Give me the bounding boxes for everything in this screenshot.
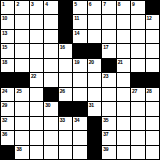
clue-number: 22 bbox=[31, 73, 36, 79]
grid-cell[interactable]: 14 bbox=[73, 30, 86, 43]
block-cell bbox=[59, 15, 72, 28]
grid-cell[interactable] bbox=[44, 30, 57, 43]
block-cell bbox=[88, 131, 101, 144]
block-cell bbox=[44, 88, 57, 101]
clue-number: 11 bbox=[74, 15, 79, 21]
clue-number: 18 bbox=[2, 59, 7, 65]
grid-cell[interactable]: 19 bbox=[73, 59, 86, 72]
grid-cell[interactable] bbox=[146, 146, 159, 159]
clue-number: 10 bbox=[2, 15, 7, 21]
grid-cell[interactable] bbox=[15, 102, 28, 115]
grid-cell[interactable] bbox=[15, 117, 28, 130]
grid-cell[interactable] bbox=[131, 44, 144, 57]
grid-cell[interactable]: 13 bbox=[1, 30, 14, 43]
grid-cell[interactable] bbox=[73, 73, 86, 86]
clue-number: 38 bbox=[16, 146, 21, 152]
grid-cell[interactable] bbox=[44, 15, 57, 28]
grid-cell[interactable] bbox=[131, 131, 144, 144]
clue-number: 5 bbox=[74, 1, 76, 7]
grid-cell[interactable] bbox=[73, 88, 86, 101]
clue-number: 32 bbox=[2, 117, 7, 123]
clue-number: 29 bbox=[2, 102, 7, 108]
grid-cell[interactable] bbox=[131, 146, 144, 159]
block-cell bbox=[88, 44, 101, 57]
clue-number: 34 bbox=[74, 117, 79, 123]
grid-cell[interactable]: 2 bbox=[15, 1, 28, 14]
grid-cell[interactable] bbox=[146, 131, 159, 144]
grid-cell[interactable]: 5 bbox=[73, 1, 86, 14]
clue-number: 4 bbox=[45, 1, 47, 7]
clue-number: 20 bbox=[89, 59, 94, 65]
grid-cell[interactable]: 15 bbox=[1, 44, 14, 57]
grid-cell[interactable] bbox=[15, 59, 28, 72]
grid-cell[interactable] bbox=[30, 117, 43, 130]
grid-cell[interactable]: 28 bbox=[146, 88, 159, 101]
grid-cell[interactable] bbox=[30, 146, 43, 159]
block-cell bbox=[102, 59, 115, 72]
grid-cell[interactable]: 4 bbox=[44, 1, 57, 14]
grid-cell[interactable] bbox=[88, 73, 101, 86]
grid-cell[interactable]: 12 bbox=[146, 15, 159, 28]
grid-cell[interactable] bbox=[30, 15, 43, 28]
grid-cell[interactable] bbox=[131, 15, 144, 28]
grid-cell[interactable] bbox=[44, 117, 57, 130]
grid-cell[interactable]: 18 bbox=[1, 59, 14, 72]
block-cell bbox=[59, 1, 72, 14]
grid-cell[interactable] bbox=[117, 73, 130, 86]
grid-cell[interactable] bbox=[73, 146, 86, 159]
clue-number: 8 bbox=[118, 1, 120, 7]
grid-cell[interactable] bbox=[59, 73, 72, 86]
grid-cell[interactable]: 6 bbox=[88, 1, 101, 14]
grid-cell[interactable]: 38 bbox=[15, 146, 28, 159]
grid-cell[interactable] bbox=[117, 131, 130, 144]
grid-cell[interactable] bbox=[30, 59, 43, 72]
grid-cell[interactable]: 30 bbox=[44, 102, 57, 115]
grid-cell[interactable] bbox=[88, 15, 101, 28]
grid-cell[interactable]: 26 bbox=[59, 88, 72, 101]
grid-cell[interactable] bbox=[102, 88, 115, 101]
grid-cell[interactable] bbox=[44, 73, 57, 86]
grid-cell[interactable]: 17 bbox=[102, 44, 115, 57]
grid-cell[interactable]: 33 bbox=[59, 117, 72, 130]
grid-cell[interactable] bbox=[59, 59, 72, 72]
grid-cell[interactable]: 7 bbox=[102, 1, 115, 14]
grid-cell[interactable] bbox=[146, 30, 159, 43]
block-cell bbox=[73, 44, 86, 57]
grid-cell[interactable] bbox=[131, 30, 144, 43]
grid-cell[interactable] bbox=[30, 88, 43, 101]
block-cell bbox=[59, 102, 72, 115]
clue-number: 26 bbox=[60, 88, 65, 94]
grid-cell[interactable] bbox=[30, 131, 43, 144]
clue-number: 36 bbox=[2, 131, 7, 137]
block-cell bbox=[131, 73, 144, 86]
grid-cell[interactable] bbox=[117, 102, 130, 115]
clue-number: 28 bbox=[147, 88, 152, 94]
clue-number: 3 bbox=[31, 1, 33, 7]
grid-cell[interactable]: 22 bbox=[30, 73, 43, 86]
grid-cell[interactable] bbox=[131, 117, 144, 130]
clue-number: 13 bbox=[2, 30, 7, 36]
grid-cell[interactable] bbox=[146, 117, 159, 130]
grid-cell[interactable] bbox=[44, 59, 57, 72]
grid-cell[interactable] bbox=[59, 146, 72, 159]
clue-number: 15 bbox=[2, 44, 7, 50]
grid-cell[interactable] bbox=[15, 131, 28, 144]
grid-cell[interactable] bbox=[146, 102, 159, 115]
grid-cell[interactable] bbox=[15, 15, 28, 28]
grid-cell[interactable]: 37 bbox=[102, 131, 115, 144]
grid-cell[interactable]: 39 bbox=[102, 146, 115, 159]
clue-number: 30 bbox=[45, 102, 50, 108]
clue-number: 17 bbox=[103, 44, 108, 50]
grid-cell[interactable] bbox=[15, 30, 28, 43]
grid-cell[interactable] bbox=[44, 146, 57, 159]
grid-cell[interactable]: 9 bbox=[131, 1, 144, 14]
block-cell bbox=[146, 73, 159, 86]
grid-cell[interactable] bbox=[44, 44, 57, 57]
clue-number: 37 bbox=[103, 131, 108, 137]
clue-number: 24 bbox=[2, 88, 7, 94]
grid-cell[interactable]: 16 bbox=[59, 44, 72, 57]
grid-cell[interactable] bbox=[30, 30, 43, 43]
clue-number: 27 bbox=[132, 88, 137, 94]
grid-cell[interactable]: 27 bbox=[131, 88, 144, 101]
clue-number: 6 bbox=[89, 1, 91, 7]
block-cell bbox=[59, 30, 72, 43]
clue-number: 35 bbox=[103, 117, 108, 123]
clue-number: 23 bbox=[103, 73, 108, 79]
grid-cell[interactable] bbox=[117, 88, 130, 101]
grid-cell[interactable] bbox=[102, 30, 115, 43]
clue-number: 2 bbox=[16, 1, 18, 7]
clue-number: 9 bbox=[132, 1, 134, 7]
grid-cell[interactable]: 32 bbox=[1, 117, 14, 130]
grid-cell[interactable]: 31 bbox=[88, 102, 101, 115]
grid-cell[interactable]: 35 bbox=[102, 117, 115, 130]
grid-cell[interactable]: 21 bbox=[117, 59, 130, 72]
clue-number: 33 bbox=[60, 117, 65, 123]
grid-cell[interactable] bbox=[30, 102, 43, 115]
grid-cell[interactable]: 1 bbox=[1, 1, 14, 14]
block-cell bbox=[1, 73, 14, 86]
grid-cell[interactable] bbox=[117, 15, 130, 28]
grid-cell[interactable] bbox=[117, 117, 130, 130]
clue-number: 14 bbox=[74, 30, 79, 36]
grid-cell[interactable]: 29 bbox=[1, 102, 14, 115]
block-cell bbox=[1, 146, 14, 159]
block-cell bbox=[15, 73, 28, 86]
grid-cell[interactable] bbox=[117, 44, 130, 57]
grid-cell[interactable] bbox=[102, 15, 115, 28]
grid-cell[interactable] bbox=[44, 131, 57, 144]
crossword-board: 1234567891011121314151617181920212223242… bbox=[0, 0, 160, 160]
clue-number: 25 bbox=[16, 88, 21, 94]
grid-cell[interactable] bbox=[88, 30, 101, 43]
clue-number: 19 bbox=[74, 59, 79, 65]
grid-cell[interactable] bbox=[146, 59, 159, 72]
grid-cell[interactable]: 25 bbox=[15, 88, 28, 101]
grid-cell[interactable] bbox=[15, 44, 28, 57]
grid-cell[interactable]: 10 bbox=[1, 15, 14, 28]
block-cell bbox=[88, 146, 101, 159]
grid-cell[interactable] bbox=[73, 131, 86, 144]
grid-cell[interactable] bbox=[102, 102, 115, 115]
grid-cell[interactable] bbox=[117, 30, 130, 43]
clue-number: 1 bbox=[2, 1, 4, 7]
clue-number: 16 bbox=[60, 44, 65, 50]
grid-cell[interactable]: 36 bbox=[1, 131, 14, 144]
grid-cell[interactable]: 24 bbox=[1, 88, 14, 101]
grid-cell[interactable]: 8 bbox=[117, 1, 130, 14]
clue-number: 31 bbox=[89, 102, 94, 108]
clue-number: 39 bbox=[103, 146, 108, 152]
grid-cell[interactable] bbox=[59, 131, 72, 144]
grid-cell[interactable] bbox=[117, 146, 130, 159]
grid-cell[interactable] bbox=[30, 44, 43, 57]
grid-cell[interactable]: 11 bbox=[73, 15, 86, 28]
block-cell bbox=[73, 102, 86, 115]
grid-cell[interactable] bbox=[131, 59, 144, 72]
block-cell bbox=[88, 117, 101, 130]
grid-cell[interactable] bbox=[131, 102, 144, 115]
grid-cell[interactable]: 3 bbox=[30, 1, 43, 14]
grid-cell[interactable] bbox=[88, 88, 101, 101]
grid-cell[interactable] bbox=[146, 44, 159, 57]
clue-number: 12 bbox=[147, 15, 152, 21]
block-cell bbox=[146, 1, 159, 14]
grid-cell[interactable]: 34 bbox=[73, 117, 86, 130]
clue-number: 7 bbox=[103, 1, 105, 7]
grid-cell[interactable]: 20 bbox=[88, 59, 101, 72]
clue-number: 21 bbox=[118, 59, 123, 65]
grid-cell[interactable]: 23 bbox=[102, 73, 115, 86]
